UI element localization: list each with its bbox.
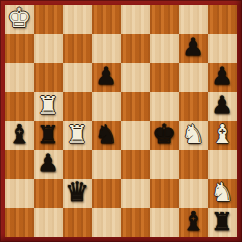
square-c3[interactable]: [63, 150, 92, 179]
square-b5[interactable]: ♜: [34, 92, 63, 121]
square-a7[interactable]: [5, 34, 34, 63]
square-h3[interactable]: [208, 150, 237, 179]
square-g7[interactable]: ♟: [179, 34, 208, 63]
square-f3[interactable]: [150, 150, 179, 179]
square-e7[interactable]: [121, 34, 150, 63]
square-d8[interactable]: [92, 5, 121, 34]
black-knight[interactable]: ♞: [94, 120, 117, 146]
black-queen[interactable]: ♛: [65, 178, 89, 205]
black-pawn[interactable]: ♟: [37, 151, 59, 175]
square-c7[interactable]: [63, 34, 92, 63]
square-h2[interactable]: ♞: [208, 179, 237, 208]
square-f7[interactable]: [150, 34, 179, 63]
square-b4[interactable]: ♜: [34, 121, 63, 150]
square-b1[interactable]: [34, 208, 63, 237]
black-rook[interactable]: ♜: [211, 208, 233, 233]
square-c4[interactable]: ♜: [63, 121, 92, 150]
square-e8[interactable]: [121, 5, 150, 34]
square-c5[interactable]: [63, 92, 92, 121]
square-a1[interactable]: [5, 208, 34, 237]
white-bishop[interactable]: ♝: [210, 120, 233, 146]
square-g6[interactable]: [179, 63, 208, 92]
square-b2[interactable]: [34, 179, 63, 208]
square-c1[interactable]: [63, 208, 92, 237]
square-d1[interactable]: [92, 208, 121, 237]
square-h5[interactable]: ♟: [208, 92, 237, 121]
square-a3[interactable]: [5, 150, 34, 179]
square-f2[interactable]: [150, 179, 179, 208]
square-e1[interactable]: [121, 208, 150, 237]
board-frame: ♚♟♟♟♜♟♝♜♜♞♚♞♝♟♛♞♝♜: [0, 0, 242, 242]
square-e4[interactable]: [121, 121, 150, 150]
square-h1[interactable]: ♜: [208, 208, 237, 237]
square-d7[interactable]: [92, 34, 121, 63]
chess-board: ♚♟♟♟♜♟♝♜♜♞♚♞♝♟♛♞♝♜: [5, 5, 237, 237]
square-d4[interactable]: ♞: [92, 121, 121, 150]
square-b7[interactable]: [34, 34, 63, 63]
square-a4[interactable]: ♝: [5, 121, 34, 150]
square-a6[interactable]: [5, 63, 34, 92]
square-h7[interactable]: [208, 34, 237, 63]
square-e6[interactable]: [121, 63, 150, 92]
square-c8[interactable]: [63, 5, 92, 34]
black-pawn[interactable]: ♟: [211, 93, 233, 117]
square-g3[interactable]: [179, 150, 208, 179]
square-f1[interactable]: [150, 208, 179, 237]
square-f8[interactable]: [150, 5, 179, 34]
black-king[interactable]: ♚: [152, 120, 176, 147]
square-b3[interactable]: ♟: [34, 150, 63, 179]
square-e5[interactable]: [121, 92, 150, 121]
black-bishop[interactable]: ♝: [7, 120, 30, 146]
black-pawn[interactable]: ♟: [95, 64, 117, 88]
white-king[interactable]: ♚: [7, 4, 31, 31]
white-rook[interactable]: ♜: [66, 121, 88, 146]
square-e3[interactable]: [121, 150, 150, 179]
square-g1[interactable]: ♝: [179, 208, 208, 237]
square-a5[interactable]: [5, 92, 34, 121]
square-g5[interactable]: [179, 92, 208, 121]
white-knight[interactable]: ♞: [210, 178, 233, 204]
black-pawn[interactable]: ♟: [182, 35, 204, 59]
black-bishop[interactable]: ♝: [181, 207, 204, 233]
white-rook[interactable]: ♜: [37, 92, 59, 117]
black-rook[interactable]: ♜: [37, 121, 59, 146]
square-b6[interactable]: [34, 63, 63, 92]
square-f4[interactable]: ♚: [150, 121, 179, 150]
square-f5[interactable]: [150, 92, 179, 121]
square-h4[interactable]: ♝: [208, 121, 237, 150]
square-g4[interactable]: ♞: [179, 121, 208, 150]
white-knight[interactable]: ♞: [181, 120, 204, 146]
square-d2[interactable]: [92, 179, 121, 208]
square-d6[interactable]: ♟: [92, 63, 121, 92]
square-f6[interactable]: [150, 63, 179, 92]
square-g8[interactable]: [179, 5, 208, 34]
square-h6[interactable]: ♟: [208, 63, 237, 92]
square-g2[interactable]: [179, 179, 208, 208]
square-e2[interactable]: [121, 179, 150, 208]
square-b8[interactable]: [34, 5, 63, 34]
square-d5[interactable]: [92, 92, 121, 121]
square-c2[interactable]: ♛: [63, 179, 92, 208]
square-d3[interactable]: [92, 150, 121, 179]
square-h8[interactable]: [208, 5, 237, 34]
square-a2[interactable]: [5, 179, 34, 208]
square-a8[interactable]: ♚: [5, 5, 34, 34]
black-pawn[interactable]: ♟: [211, 64, 233, 88]
square-c6[interactable]: [63, 63, 92, 92]
